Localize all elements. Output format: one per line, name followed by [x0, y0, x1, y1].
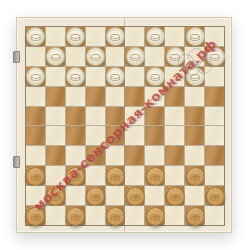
- square-r2c4[interactable]: ⛀: [106, 67, 125, 86]
- square-r8c5[interactable]: ⛂: [125, 186, 144, 205]
- checker-piece-white[interactable]: ⛀: [186, 67, 205, 86]
- square-r8c3[interactable]: ⛂: [86, 186, 105, 205]
- square-r0c4[interactable]: ⛀: [106, 27, 125, 46]
- checker-piece-white[interactable]: ⛀: [146, 27, 165, 46]
- left-hinge-upper-icon: [13, 51, 20, 63]
- square-r6c2[interactable]: [66, 146, 85, 165]
- square-r3c4[interactable]: [106, 87, 125, 106]
- square-r6c4[interactable]: [106, 146, 125, 165]
- checker-piece-white[interactable]: ⛀: [166, 47, 185, 66]
- square-r6c0[interactable]: [26, 146, 45, 165]
- square-r9c2[interactable]: ⛂: [66, 206, 85, 225]
- checker-piece-tan[interactable]: ⛂: [106, 207, 125, 226]
- square-r1c3[interactable]: ⛀: [86, 47, 105, 66]
- square-r8c2[interactable]: [66, 186, 85, 205]
- square-r2c9[interactable]: [205, 67, 224, 86]
- checker-piece-white[interactable]: ⛀: [146, 67, 165, 86]
- square-r0c7[interactable]: [165, 27, 184, 46]
- square-r5c0[interactable]: [26, 126, 45, 145]
- square-r4c6[interactable]: [145, 107, 164, 126]
- square-r3c7[interactable]: [165, 87, 184, 106]
- checker-piece-white[interactable]: ⛀: [26, 67, 45, 86]
- checker-piece-white[interactable]: ⛀: [26, 27, 45, 46]
- square-r8c7[interactable]: ⛂: [165, 186, 184, 205]
- square-r6c3[interactable]: [86, 146, 105, 165]
- checker-piece-tan[interactable]: ⛂: [66, 167, 85, 186]
- square-r5c5[interactable]: [125, 126, 144, 145]
- checker-piece-tan[interactable]: ⛂: [26, 167, 45, 186]
- square-r4c7[interactable]: [165, 107, 184, 126]
- square-r7c1[interactable]: [46, 166, 65, 185]
- checker-piece-tan[interactable]: ⛂: [66, 207, 85, 226]
- square-r8c0[interactable]: [26, 186, 45, 205]
- square-r0c2[interactable]: ⛀: [66, 27, 85, 46]
- square-r1c8[interactable]: [185, 47, 204, 66]
- square-r3c6[interactable]: [145, 87, 164, 106]
- square-r1c7[interactable]: ⛀: [165, 47, 184, 66]
- square-r3c5[interactable]: [125, 87, 144, 106]
- square-r9c6[interactable]: ⛂: [145, 206, 164, 225]
- checker-piece-white[interactable]: ⛀: [106, 27, 125, 46]
- square-r2c6[interactable]: ⛀: [145, 67, 164, 86]
- square-r4c3[interactable]: [86, 107, 105, 126]
- square-r0c9[interactable]: [205, 27, 224, 46]
- square-r1c0[interactable]: [26, 47, 45, 66]
- square-r2c2[interactable]: ⛀: [66, 67, 85, 86]
- square-r7c0[interactable]: ⛂: [26, 166, 45, 185]
- square-r3c9[interactable]: [205, 87, 224, 106]
- square-r5c6[interactable]: [145, 126, 164, 145]
- square-r4c0[interactable]: [26, 107, 45, 126]
- square-r2c8[interactable]: ⛀: [185, 67, 204, 86]
- checker-piece-tan[interactable]: ⛂: [126, 187, 145, 206]
- checker-piece-tan[interactable]: ⛂: [86, 187, 105, 206]
- square-r1c2[interactable]: [66, 47, 85, 66]
- square-r1c4[interactable]: [106, 47, 125, 66]
- checker-piece-white[interactable]: ⛀: [206, 47, 225, 66]
- square-r4c2[interactable]: [66, 107, 85, 126]
- checker-piece-white[interactable]: ⛀: [66, 27, 85, 46]
- square-r8c9[interactable]: ⛂: [205, 186, 224, 205]
- square-r9c7[interactable]: [165, 206, 184, 225]
- square-r2c3[interactable]: [86, 67, 105, 86]
- square-r2c0[interactable]: ⛀: [26, 67, 45, 86]
- square-r6c6[interactable]: [145, 146, 164, 165]
- square-r3c1[interactable]: [46, 87, 65, 106]
- square-r3c2[interactable]: [66, 87, 85, 106]
- square-r0c3[interactable]: [86, 27, 105, 46]
- square-r0c0[interactable]: ⛀: [26, 27, 45, 46]
- checker-piece-tan[interactable]: ⛂: [46, 187, 65, 206]
- square-r2c7[interactable]: [165, 67, 184, 86]
- square-r0c6[interactable]: ⛀: [145, 27, 164, 46]
- square-r4c5[interactable]: [125, 107, 144, 126]
- square-r7c9[interactable]: [205, 166, 224, 185]
- square-r5c7[interactable]: [165, 126, 184, 145]
- square-r3c0[interactable]: [26, 87, 45, 106]
- square-r0c8[interactable]: ⛀: [185, 27, 204, 46]
- square-r5c3[interactable]: [86, 126, 105, 145]
- square-r5c4[interactable]: [106, 126, 125, 145]
- checker-piece-tan[interactable]: ⛂: [106, 167, 125, 186]
- square-r8c4[interactable]: [106, 186, 125, 205]
- square-r8c1[interactable]: ⛂: [46, 186, 65, 205]
- square-r9c0[interactable]: ⛂: [26, 206, 45, 225]
- square-r8c8[interactable]: [185, 186, 204, 205]
- square-r1c1[interactable]: ⛀: [46, 47, 65, 66]
- square-r0c1[interactable]: [46, 27, 65, 46]
- checker-piece-tan[interactable]: ⛂: [146, 167, 165, 186]
- square-r7c2[interactable]: ⛂: [66, 166, 85, 185]
- square-r7c8[interactable]: ⛂: [185, 166, 204, 185]
- checker-piece-tan[interactable]: ⛂: [186, 207, 205, 226]
- fold-seam: [124, 18, 125, 232]
- checker-piece-tan[interactable]: ⛂: [146, 207, 165, 226]
- square-r3c3[interactable]: [86, 87, 105, 106]
- square-r1c6[interactable]: [145, 47, 164, 66]
- square-r6c9[interactable]: [205, 146, 224, 165]
- checker-piece-white[interactable]: ⛀: [66, 67, 85, 86]
- square-r5c8[interactable]: [185, 126, 204, 145]
- square-r9c1[interactable]: [46, 206, 65, 225]
- checker-piece-tan[interactable]: ⛂: [26, 207, 45, 226]
- board-grid: ⛀⛀⛀⛀⛀⛀⛀⛀⛀⛀⛀⛀⛀⛀⛀⛂⛂⛂⛂⛂⛂⛂⛂⛂⛂⛂⛂⛂⛂⛂: [25, 26, 225, 226]
- square-r0c5[interactable]: [125, 27, 144, 46]
- square-r2c1[interactable]: [46, 67, 65, 86]
- square-r6c8[interactable]: [185, 146, 204, 165]
- checker-piece-white[interactable]: ⛀: [126, 47, 145, 66]
- checker-piece-tan[interactable]: ⛂: [166, 187, 185, 206]
- checker-piece-white[interactable]: ⛀: [186, 27, 205, 46]
- square-r7c6[interactable]: ⛂: [145, 166, 164, 185]
- square-r9c3[interactable]: [86, 206, 105, 225]
- square-r7c7[interactable]: [165, 166, 184, 185]
- checker-piece-white[interactable]: ⛀: [46, 47, 65, 66]
- square-r9c4[interactable]: ⛂: [106, 206, 125, 225]
- square-r2c5[interactable]: [125, 67, 144, 86]
- square-r1c5[interactable]: ⛀: [125, 47, 144, 66]
- square-r4c4[interactable]: [106, 107, 125, 126]
- square-r3c8[interactable]: [185, 87, 204, 106]
- square-r9c9[interactable]: [205, 206, 224, 225]
- square-r5c2[interactable]: [66, 126, 85, 145]
- square-r4c8[interactable]: [185, 107, 204, 126]
- square-r6c7[interactable]: [165, 146, 184, 165]
- checker-piece-tan[interactable]: ⛂: [206, 187, 225, 206]
- square-r4c1[interactable]: [46, 107, 65, 126]
- square-r6c1[interactable]: [46, 146, 65, 165]
- square-r5c9[interactable]: [205, 126, 224, 145]
- square-r7c4[interactable]: ⛂: [106, 166, 125, 185]
- square-r9c8[interactable]: ⛂: [185, 206, 204, 225]
- checkers-board: ⛀⛀⛀⛀⛀⛀⛀⛀⛀⛀⛀⛀⛀⛀⛀⛂⛂⛂⛂⛂⛂⛂⛂⛂⛂⛂⛂⛂⛂⛂: [16, 17, 232, 233]
- checker-piece-tan[interactable]: ⛂: [186, 167, 205, 186]
- checker-piece-white[interactable]: ⛀: [86, 47, 105, 66]
- square-r5c1[interactable]: [46, 126, 65, 145]
- square-r4c9[interactable]: [205, 107, 224, 126]
- square-r7c3[interactable]: [86, 166, 105, 185]
- square-r1c9[interactable]: ⛀: [205, 47, 224, 66]
- checker-piece-white[interactable]: ⛀: [106, 67, 125, 86]
- square-r8c6[interactable]: [145, 186, 164, 205]
- square-r7c5[interactable]: [125, 166, 144, 185]
- square-r9c5[interactable]: [125, 206, 144, 225]
- square-r6c5[interactable]: [125, 146, 144, 165]
- left-hinge-lower-icon: [13, 156, 20, 168]
